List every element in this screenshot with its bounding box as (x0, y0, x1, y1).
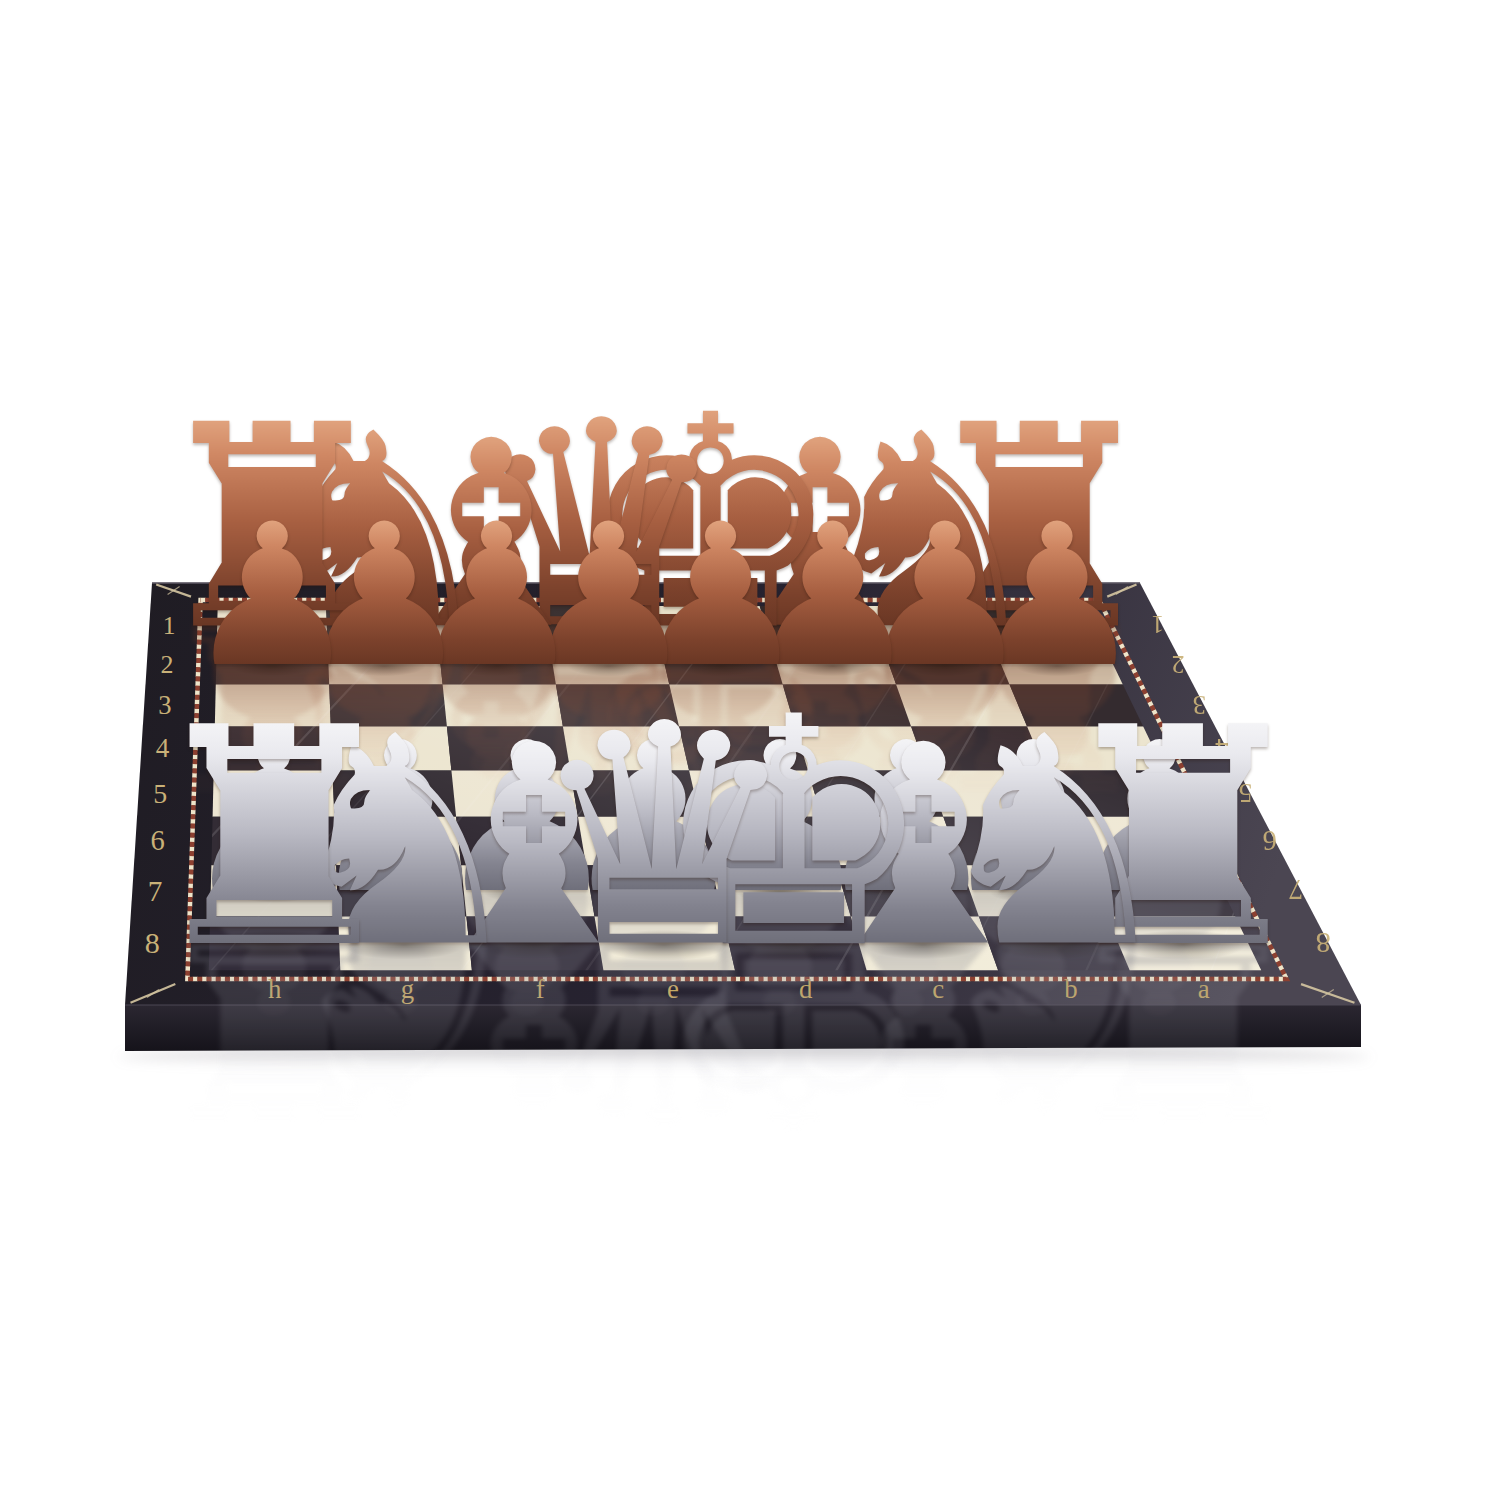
product-photo-chess-set: 1122334455667788hgfedcba ♜♜♞♞♝♝♚♚♛♛♝♝♞♞♜… (0, 0, 1500, 1500)
pieces-layer: ♜♜♞♞♝♝♚♚♛♛♝♝♞♞♜♜♟♟♟♟♟♟♟♟♟♟♟♟♟♟♟♟♟♟♟♟♟♟♟♟… (0, 0, 1500, 1500)
piece-silver-rook-h8[interactable]: ♜ (139, 689, 409, 990)
